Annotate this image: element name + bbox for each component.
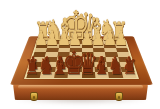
brass-clasp-right — [115, 92, 123, 101]
black-knight-g8: ♞ — [38, 55, 54, 78]
chess-set-photo: ♜♞♝♛♚♝♞♜♟♟♟♟♟♟♟♟♟♟♟♟♟♟♟♟♜♞♝♛♚♝♞♜ — [0, 0, 160, 109]
black-rook-a8: ♜ — [123, 57, 137, 77]
black-rook-h8: ♜ — [25, 57, 39, 77]
brass-clasp-left — [30, 92, 38, 101]
wood-sheen — [18, 85, 142, 89]
white-pawn-h2: ♟ — [34, 28, 48, 48]
